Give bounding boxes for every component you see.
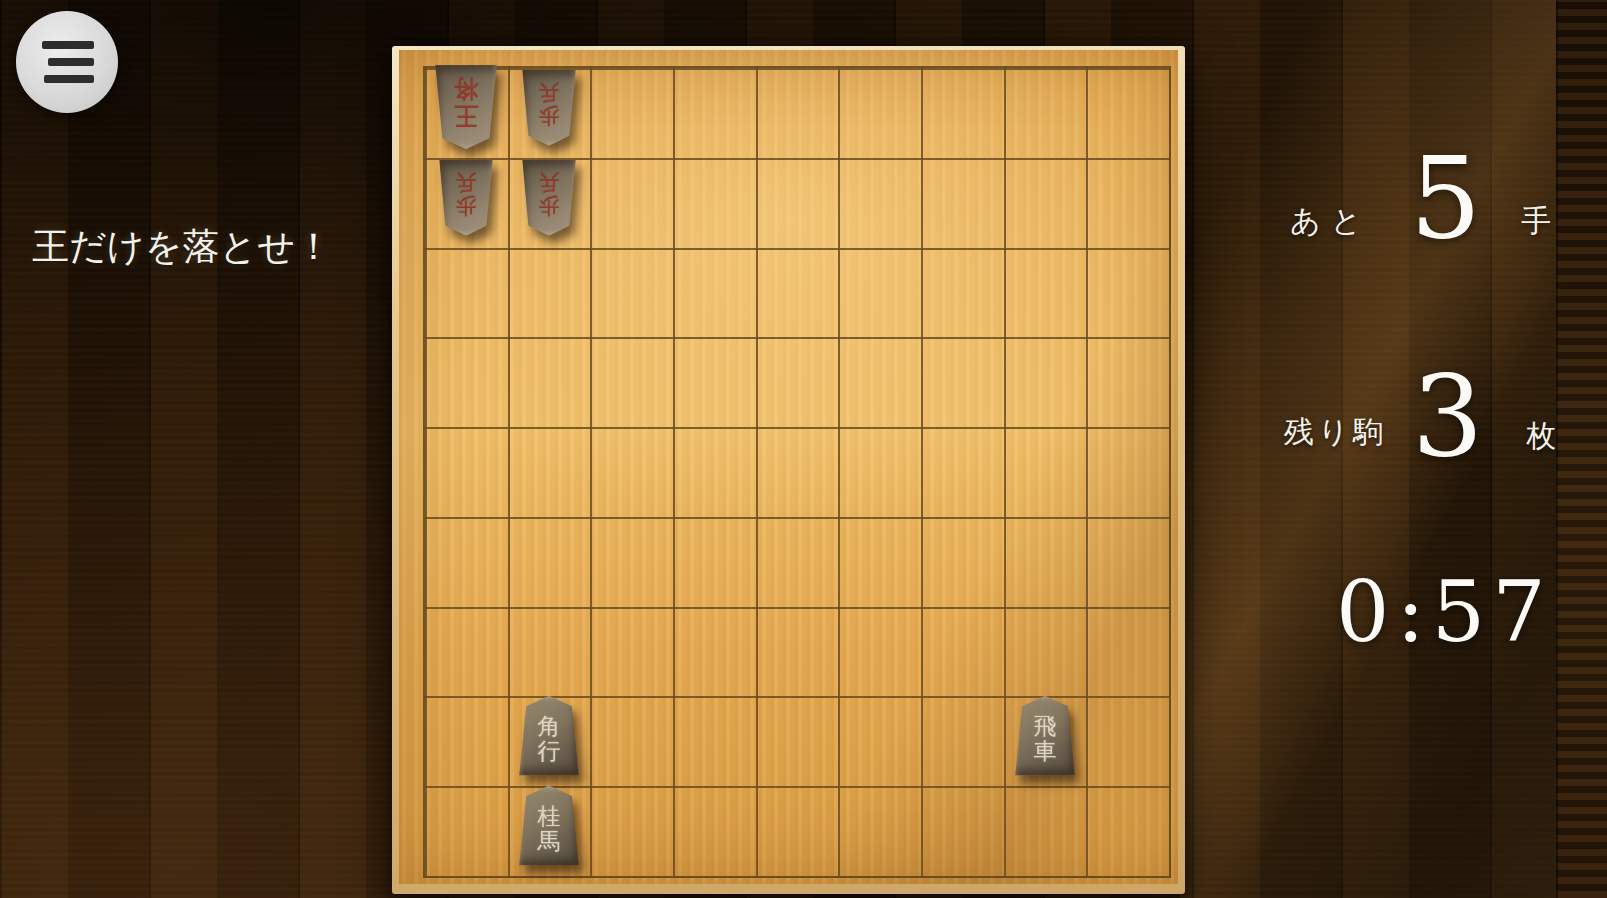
piece-body: 桂 馬 xyxy=(519,785,579,865)
piece-8b-gote-pawn[interactable]: 歩 兵 xyxy=(522,159,576,235)
piece-body: 飛 車 xyxy=(1015,696,1075,776)
piece-body: 王 将 xyxy=(435,65,497,149)
objective-text: 王だけを落とせ！ xyxy=(32,222,372,272)
piece-kanji: 歩 xyxy=(539,104,560,126)
hamburger-menu-icon xyxy=(48,58,94,66)
piece-8a-gote-pawn[interactable]: 歩 兵 xyxy=(522,70,576,146)
shogi-board: 王 将 歩 兵 歩 兵 xyxy=(392,46,1185,894)
piece-kanji: 兵 xyxy=(456,171,477,193)
piece-kanji: 角 xyxy=(538,715,561,739)
menu-button[interactable] xyxy=(16,11,118,113)
piece-9a-gote-king[interactable]: 王 将 xyxy=(435,65,497,149)
piece-kanji: 行 xyxy=(538,740,561,764)
timer: 0:57 xyxy=(1336,563,1553,661)
piece-9b-gote-pawn[interactable]: 歩 兵 xyxy=(439,159,493,235)
board-grid[interactable]: 王 将 歩 兵 歩 兵 xyxy=(423,66,1171,878)
piece-kanji: 歩 xyxy=(456,194,477,216)
piece-kanji: 将 xyxy=(454,77,479,103)
piece-8h-sente-bishop[interactable]: 角 行 xyxy=(519,696,579,776)
piece-kanji: 兵 xyxy=(539,81,560,103)
moves-remaining-value: 5 xyxy=(1410,133,1481,263)
right-edge-pillar xyxy=(1556,0,1607,898)
moves-remaining-prefix: あと xyxy=(1290,201,1371,242)
board-surface: 王 将 歩 兵 歩 兵 xyxy=(399,50,1178,884)
piece-kanji: 車 xyxy=(1033,740,1056,764)
pieces-remaining-prefix: 残り駒 xyxy=(1284,412,1387,453)
piece-kanji: 王 xyxy=(454,104,479,130)
piece-body: 角 行 xyxy=(519,696,579,776)
piece-kanji: 桂 xyxy=(538,805,561,829)
pieces-remaining-suffix: 枚 xyxy=(1526,416,1556,457)
board-cells: 王 将 歩 兵 歩 兵 xyxy=(425,68,1169,876)
hamburger-menu-icon xyxy=(42,41,94,49)
piece-2h-sente-rook[interactable]: 飛 車 xyxy=(1015,696,1075,776)
piece-body: 歩 兵 xyxy=(522,70,576,146)
piece-body: 歩 兵 xyxy=(522,159,576,235)
piece-body: 歩 兵 xyxy=(439,159,493,235)
piece-kanji: 飛 xyxy=(1033,715,1056,739)
piece-kanji: 歩 xyxy=(539,194,560,216)
piece-kanji: 兵 xyxy=(539,171,560,193)
piece-kanji: 馬 xyxy=(538,830,561,854)
hamburger-menu-icon xyxy=(44,75,94,83)
pieces-remaining-value: 3 xyxy=(1412,351,1483,481)
piece-8i-sente-knight[interactable]: 桂 馬 xyxy=(519,785,579,865)
moves-remaining-suffix: 手 xyxy=(1521,201,1551,242)
